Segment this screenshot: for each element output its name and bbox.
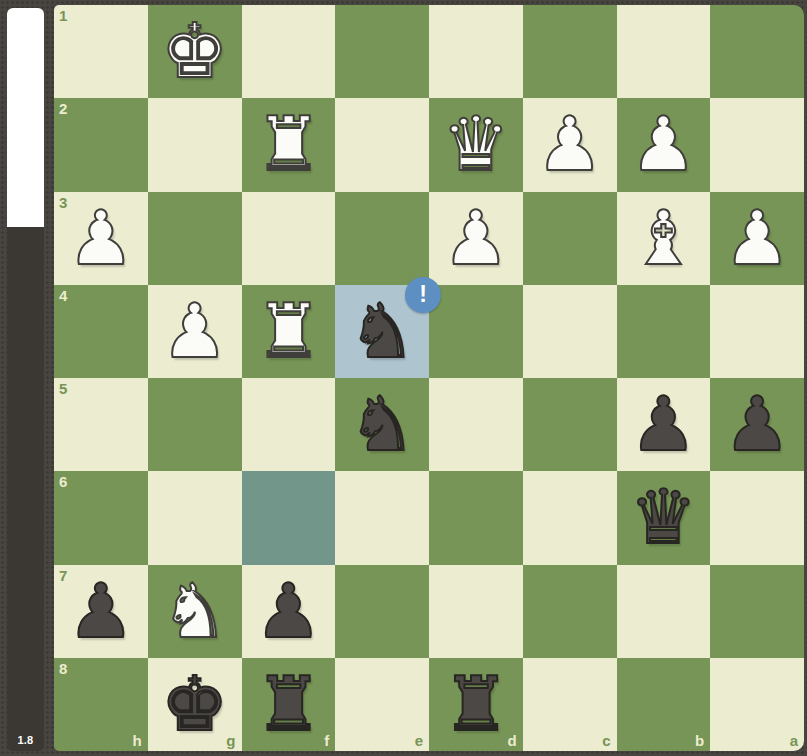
square-c1[interactable] (523, 5, 617, 98)
square-b5[interactable]: ♟ (617, 378, 711, 471)
square-b7[interactable] (617, 565, 711, 658)
square-d1[interactable] (429, 5, 523, 98)
square-c4[interactable] (523, 285, 617, 378)
file-label-c: c (602, 733, 610, 748)
black-knight[interactable]: ♞ (349, 294, 416, 369)
white-king[interactable]: ♚ (161, 14, 228, 89)
square-d6[interactable] (429, 471, 523, 564)
rank-label-4: 4 (59, 288, 67, 303)
white-rook[interactable]: ♜ (255, 107, 322, 182)
rank-label-5: 5 (59, 381, 67, 396)
white-bishop[interactable]: ♝ (630, 201, 697, 276)
great-move-badge-icon: ! (405, 277, 441, 313)
square-a8[interactable]: a (710, 658, 804, 751)
square-g4[interactable]: ♟ (148, 285, 242, 378)
square-c7[interactable] (523, 565, 617, 658)
black-rook[interactable]: ♜ (255, 667, 322, 742)
square-f3[interactable] (242, 192, 336, 285)
rank-label-6: 6 (59, 474, 67, 489)
square-g5[interactable] (148, 378, 242, 471)
black-pawn[interactable]: ♟ (67, 574, 134, 649)
square-c6[interactable] (523, 471, 617, 564)
square-f8[interactable]: f♜ (242, 658, 336, 751)
white-knight[interactable]: ♞ (161, 574, 228, 649)
square-b1[interactable] (617, 5, 711, 98)
square-e2[interactable] (335, 98, 429, 191)
square-h2[interactable]: 2 (54, 98, 148, 191)
rank-label-3: 3 (59, 195, 67, 210)
eval-bar-white-section (7, 8, 44, 227)
square-g8[interactable]: g♚ (148, 658, 242, 751)
file-label-e: e (415, 733, 423, 748)
black-king[interactable]: ♚ (161, 667, 228, 742)
square-b8[interactable]: b (617, 658, 711, 751)
black-pawn[interactable]: ♟ (630, 387, 697, 462)
square-h6[interactable]: 6 (54, 471, 148, 564)
square-f7[interactable]: ♟ (242, 565, 336, 658)
file-label-f: f (324, 733, 329, 748)
square-h7[interactable]: 7♟ (54, 565, 148, 658)
square-a6[interactable] (710, 471, 804, 564)
square-e3[interactable] (335, 192, 429, 285)
evaluation-bar: 1.8 (7, 8, 44, 751)
square-c2[interactable]: ♟ (523, 98, 617, 191)
white-pawn[interactable]: ♟ (630, 107, 697, 182)
square-g7[interactable]: ♞ (148, 565, 242, 658)
square-g3[interactable] (148, 192, 242, 285)
eval-score: 1.8 (7, 734, 44, 746)
black-rook[interactable]: ♜ (442, 667, 509, 742)
black-queen[interactable]: ♛ (630, 480, 697, 555)
square-c5[interactable] (523, 378, 617, 471)
black-pawn[interactable]: ♟ (255, 574, 322, 649)
square-f2[interactable]: ♜ (242, 98, 336, 191)
file-label-b: b (695, 733, 704, 748)
white-pawn[interactable]: ♟ (536, 107, 603, 182)
square-d7[interactable] (429, 565, 523, 658)
white-pawn[interactable]: ♟ (724, 201, 791, 276)
square-b4[interactable] (617, 285, 711, 378)
square-a4[interactable] (710, 285, 804, 378)
square-b6[interactable]: ♛ (617, 471, 711, 564)
file-label-h: h (133, 733, 142, 748)
chess-board: 1♚2♜♛♟♟3♟♟♝♟4♟♜♞!5♞♟♟6♛7♟♞♟8hg♚f♜ed♜cba (54, 5, 804, 751)
square-h4[interactable]: 4 (54, 285, 148, 378)
white-rook[interactable]: ♜ (255, 294, 322, 369)
square-e4[interactable]: ♞! (335, 285, 429, 378)
square-d2[interactable]: ♛ (429, 98, 523, 191)
square-e5[interactable]: ♞ (335, 378, 429, 471)
square-d4[interactable] (429, 285, 523, 378)
square-h5[interactable]: 5 (54, 378, 148, 471)
square-e8[interactable]: e (335, 658, 429, 751)
square-f5[interactable] (242, 378, 336, 471)
square-h3[interactable]: 3♟ (54, 192, 148, 285)
square-a1[interactable] (710, 5, 804, 98)
square-g2[interactable] (148, 98, 242, 191)
rank-label-1: 1 (59, 8, 67, 23)
square-d5[interactable] (429, 378, 523, 471)
square-f4[interactable]: ♜ (242, 285, 336, 378)
square-b3[interactable]: ♝ (617, 192, 711, 285)
square-f6[interactable] (242, 471, 336, 564)
square-a3[interactable]: ♟ (710, 192, 804, 285)
square-a2[interactable] (710, 98, 804, 191)
square-b2[interactable]: ♟ (617, 98, 711, 191)
black-pawn[interactable]: ♟ (724, 387, 791, 462)
white-pawn[interactable]: ♟ (161, 294, 228, 369)
square-c3[interactable] (523, 192, 617, 285)
square-a7[interactable] (710, 565, 804, 658)
square-h8[interactable]: 8h (54, 658, 148, 751)
rank-label-8: 8 (59, 661, 67, 676)
square-d3[interactable]: ♟ (429, 192, 523, 285)
square-e7[interactable] (335, 565, 429, 658)
square-h1[interactable]: 1 (54, 5, 148, 98)
square-g1[interactable]: ♚ (148, 5, 242, 98)
square-a5[interactable]: ♟ (710, 378, 804, 471)
file-label-a: a (790, 733, 798, 748)
square-e1[interactable] (335, 5, 429, 98)
white-pawn[interactable]: ♟ (442, 201, 509, 276)
square-e6[interactable] (335, 471, 429, 564)
white-pawn[interactable]: ♟ (67, 201, 134, 276)
square-g6[interactable] (148, 471, 242, 564)
square-d8[interactable]: d♜ (429, 658, 523, 751)
rank-label-2: 2 (59, 101, 67, 116)
square-f1[interactable] (242, 5, 336, 98)
black-knight[interactable]: ♞ (349, 387, 416, 462)
white-queen[interactable]: ♛ (442, 107, 509, 182)
square-c8[interactable]: c (523, 658, 617, 751)
rank-label-7: 7 (59, 568, 67, 583)
